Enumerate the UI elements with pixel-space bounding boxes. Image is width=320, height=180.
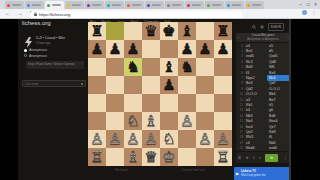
square-a2[interactable]: ♙ — [88, 130, 106, 148]
browser-tab[interactable] — [5, 1, 24, 9]
tab-title-placeholder — [72, 4, 81, 6]
white-color-icon — [24, 49, 27, 52]
browser-tab[interactable] — [145, 1, 164, 9]
white-knight-e2[interactable]: ♘ — [162, 132, 175, 147]
tab-favicon — [27, 4, 30, 7]
white-player-name[interactable]: Anonymous — [29, 48, 47, 52]
black-bishop-f8[interactable]: ♝ — [180, 24, 193, 39]
black-color-icon — [24, 54, 27, 57]
square-e4[interactable] — [160, 94, 178, 112]
square-b4[interactable] — [106, 94, 124, 112]
playback-button[interactable]: ⋮ — [283, 155, 288, 160]
square-c4[interactable] — [124, 94, 142, 112]
browser-tab[interactable] — [45, 1, 64, 9]
square-c7[interactable]: ♟ — [124, 40, 142, 58]
time-control-label: 5+3 • Casual • Blitz — [36, 36, 65, 40]
white-player-row[interactable]: Anonymous — [24, 48, 47, 52]
game-header-box: ‹ Casual Blitz game Anonymous vs Anonymo… — [236, 33, 290, 42]
chat-online-indicator — [81, 83, 83, 85]
tab-favicon — [207, 4, 210, 7]
toolbar-icons[interactable]: ⋮ — [302, 10, 317, 15]
square-h5[interactable] — [214, 76, 232, 94]
black-pawn-e5[interactable]: ♟ — [162, 78, 175, 93]
tab-title-placeholder — [92, 4, 101, 6]
square-b7[interactable]: ♟ — [106, 40, 124, 58]
black-rook-a8[interactable]: ♜ — [90, 24, 103, 39]
black-bishop-e6[interactable]: ♝ — [162, 60, 175, 75]
black-pawn-c7[interactable]: ♟ — [126, 42, 139, 57]
lichess-logo[interactable]: lichess.org — [22, 20, 51, 26]
profile-avatar[interactable] — [302, 10, 307, 15]
square-f5[interactable] — [178, 76, 196, 94]
white-pawn-f3[interactable]: ♙ — [180, 114, 193, 129]
square-a4[interactable] — [88, 94, 106, 112]
browser-tab[interactable] — [185, 1, 204, 9]
white-pawn-d2[interactable]: ♙ — [144, 132, 157, 147]
white-bishop-d3[interactable]: ♗ — [144, 114, 157, 129]
tab-title-placeholder — [112, 4, 121, 6]
window-controls[interactable]: –□× — [299, 0, 317, 9]
square-g1[interactable] — [196, 148, 214, 166]
play-icon: ▶ — [236, 171, 239, 176]
browser-menu-icon[interactable]: ⋮ — [312, 10, 317, 15]
move-20b[interactable]: exd4 — [267, 145, 290, 150]
black-knight-f6[interactable]: ♞ — [180, 60, 193, 75]
playback-controls: ≡«‹›»⋮ — [236, 152, 290, 163]
tab-favicon — [147, 4, 150, 7]
square-d6[interactable] — [142, 58, 160, 76]
browser-toolbar: ← → ↻ https://lichess.org ⋮ — [0, 9, 320, 19]
tab-title-placeholder — [132, 4, 141, 6]
browser-tab[interactable] — [65, 1, 84, 9]
square-e5[interactable]: ♟ — [160, 76, 178, 94]
black-pawn-f7[interactable]: ♟ — [180, 42, 193, 57]
tab-title-placeholder — [52, 4, 61, 6]
square-a5[interactable] — [88, 76, 106, 94]
square-c2[interactable]: ♙ — [124, 130, 142, 148]
tab-favicon — [167, 4, 170, 7]
square-h4[interactable] — [214, 94, 232, 112]
square-c6[interactable]: ♞ — [124, 58, 142, 76]
desktop-background: lichess.org PlayPuzzlesLearnWatchCommuni… — [0, 19, 320, 180]
white-bishop-c1[interactable]: ♗ — [126, 150, 139, 165]
square-f8[interactable]: ♝ — [178, 22, 196, 40]
tab-favicon — [127, 4, 130, 7]
white-pawn-h2[interactable]: ♙ — [216, 132, 229, 147]
square-h6[interactable] — [214, 58, 232, 76]
window-control-button[interactable]: × — [314, 2, 317, 7]
chess-board[interactable]: ♜♛♚♝♜♟♟♟♟♟♟♞♝♞♟♘♗♙♙♙♙♙♘♙♙♖♗♕♔♖ — [88, 22, 232, 166]
square-f1[interactable] — [178, 148, 196, 166]
tab-favicon — [7, 4, 10, 7]
tab-favicon — [67, 4, 70, 7]
square-f2[interactable] — [178, 130, 196, 148]
analysis-panel: ‹ Casual Blitz game Anonymous vs Anonymo… — [234, 19, 290, 180]
square-b3[interactable] — [106, 112, 124, 130]
square-g3[interactable] — [196, 112, 214, 130]
playback-button[interactable]: ≡ — [238, 155, 241, 160]
browser-tab[interactable] — [85, 1, 104, 9]
white-queen-d1[interactable]: ♕ — [144, 150, 157, 165]
square-h1[interactable]: ♖ — [214, 148, 232, 166]
square-b6[interactable] — [106, 58, 124, 76]
square-e7[interactable] — [160, 40, 178, 58]
square-e3[interactable] — [160, 112, 178, 130]
square-h7[interactable]: ♟ — [214, 40, 232, 58]
square-a1[interactable]: ♖ — [88, 148, 106, 166]
prev-game-arrow[interactable]: ‹ — [238, 35, 239, 40]
square-e8[interactable]: ♚ — [160, 22, 178, 40]
under-board-links: Flip boardContinue from here — [88, 168, 232, 172]
black-player-name[interactable]: Anonymous — [29, 54, 47, 58]
black-queen-d8[interactable]: ♛ — [144, 24, 157, 39]
square-a8[interactable]: ♜ — [88, 22, 106, 40]
browser-tab[interactable] — [245, 1, 264, 9]
browser-tabs[interactable] — [5, 1, 265, 9]
promo-subtitle: Watch top games live — [241, 174, 266, 177]
browser-tab[interactable] — [205, 1, 224, 9]
square-a7[interactable]: ♟ — [88, 40, 106, 58]
black-pawn-g7[interactable]: ♟ — [198, 42, 211, 57]
tab-title-placeholder — [172, 4, 181, 6]
game-header-line2: Anonymous vs Anonymous — [247, 38, 278, 41]
tab-favicon — [187, 4, 190, 7]
playback-button[interactable]: › — [259, 155, 261, 160]
browser-tab-strip: –□× — [0, 0, 320, 9]
window-control-button[interactable]: □ — [307, 2, 310, 7]
playback-button[interactable]: « — [246, 155, 249, 160]
tab-title-placeholder — [252, 4, 261, 6]
square-f3[interactable]: ♙ — [178, 112, 196, 130]
square-d4[interactable] — [142, 94, 160, 112]
black-pawn-h7[interactable]: ♟ — [216, 42, 229, 57]
black-pawn-a7[interactable]: ♟ — [90, 42, 103, 57]
playback-button[interactable]: ‹ — [253, 155, 255, 160]
white-pawn-c2[interactable]: ♙ — [126, 132, 139, 147]
browser-tab[interactable] — [25, 1, 44, 9]
black-player-row[interactable]: Anonymous — [24, 54, 47, 58]
tab-title-placeholder — [192, 4, 201, 6]
chat-room-label: Chat room — [25, 82, 38, 86]
chat-room-bar[interactable]: Chat room — [22, 80, 86, 87]
browser-tab[interactable] — [225, 1, 244, 9]
square-a3[interactable] — [88, 112, 106, 130]
square-e1[interactable]: ♔ — [160, 148, 178, 166]
browser-tab[interactable] — [125, 1, 144, 9]
square-g2[interactable]: ♙ — [196, 130, 214, 148]
opening-name-box: King's Pawn Game: Tortoise Opening — [26, 61, 84, 69]
square-g4[interactable] — [196, 94, 214, 112]
blitz-lightning-icon — [24, 37, 33, 48]
white-king-e1[interactable]: ♔ — [162, 150, 175, 165]
square-b1[interactable] — [106, 148, 124, 166]
square-g8[interactable] — [196, 22, 214, 40]
square-f6[interactable]: ♞ — [178, 58, 196, 76]
tab-title-placeholder — [232, 4, 241, 6]
page-scrollbar[interactable] — [289, 19, 291, 180]
url-text: https://lichess.org — [39, 12, 70, 17]
square-f4[interactable] — [178, 94, 196, 112]
square-c5[interactable] — [124, 76, 142, 94]
square-d5[interactable] — [142, 76, 160, 94]
move-number: 20 — [236, 145, 244, 150]
square-f7[interactable]: ♟ — [178, 40, 196, 58]
square-c8[interactable] — [124, 22, 142, 40]
window-control-button[interactable]: – — [299, 2, 302, 7]
white-pawn-a2[interactable]: ♙ — [90, 132, 103, 147]
square-c3[interactable]: ♘ — [124, 112, 142, 130]
move-20w[interactable]: Nxd4 — [244, 145, 267, 150]
tab-title-placeholder — [152, 4, 161, 6]
tab-title-placeholder — [212, 4, 221, 6]
square-g5[interactable] — [196, 76, 214, 94]
square-d7[interactable] — [142, 40, 160, 58]
tab-title-placeholder — [32, 4, 41, 6]
square-c1[interactable]: ♗ — [124, 148, 142, 166]
tab-favicon — [87, 4, 90, 7]
browser-tab[interactable] — [165, 1, 184, 9]
move-list[interactable]: 1e4e52Be2d53exd5Qxd54Nc3Qd85Bd3Nf66f3Be6… — [236, 43, 290, 151]
white-pawn-b2[interactable]: ♙ — [108, 132, 121, 147]
black-rook-h8[interactable]: ♜ — [216, 24, 229, 39]
screen: –□× ← → ↻ https://lichess.org ⋮ lichess.… — [0, 0, 320, 180]
square-d2[interactable]: ♙ — [142, 130, 160, 148]
square-e6[interactable]: ♝ — [160, 58, 178, 76]
square-b8[interactable] — [106, 22, 124, 40]
tab-favicon — [107, 4, 110, 7]
tab-favicon — [227, 4, 230, 7]
black-knight-c6[interactable]: ♞ — [126, 60, 139, 75]
tab-favicon — [247, 4, 250, 7]
game-started-label: 1 hour ago — [36, 41, 50, 45]
square-d3[interactable]: ♗ — [142, 112, 160, 130]
white-rook-a1[interactable]: ♖ — [90, 150, 103, 165]
under-board-link[interactable]: Flip board — [115, 168, 127, 172]
square-d1[interactable]: ♕ — [142, 148, 160, 166]
square-d8[interactable]: ♛ — [142, 22, 160, 40]
square-g7[interactable]: ♟ — [196, 40, 214, 58]
tab-favicon — [47, 4, 50, 7]
square-h8[interactable]: ♜ — [214, 22, 232, 40]
black-king-e8[interactable]: ♚ — [162, 24, 175, 39]
lichess-page: lichess.org PlayPuzzlesLearnWatchCommuni… — [18, 19, 290, 180]
square-e2[interactable]: ♘ — [160, 130, 178, 148]
promo-banner[interactable]: ▶ Lichess TV Watch top games live — [234, 167, 290, 180]
square-a6[interactable] — [88, 58, 106, 76]
white-knight-c3[interactable]: ♘ — [126, 114, 139, 129]
tab-title-placeholder — [12, 4, 21, 6]
square-h2[interactable]: ♙ — [214, 130, 232, 148]
square-b5[interactable] — [106, 76, 124, 94]
lock-icon — [34, 12, 37, 16]
white-rook-h1[interactable]: ♖ — [216, 150, 229, 165]
white-pawn-g2[interactable]: ♙ — [198, 132, 211, 147]
go-forward-primary-button[interactable]: » — [265, 154, 278, 162]
square-h3[interactable] — [214, 112, 232, 130]
address-bar[interactable]: https://lichess.org — [30, 11, 242, 18]
black-pawn-b7[interactable]: ♟ — [108, 42, 121, 57]
under-board-link[interactable]: Continue from here — [181, 168, 205, 172]
browser-tab[interactable] — [105, 1, 124, 9]
square-b2[interactable]: ♙ — [106, 130, 124, 148]
square-g6[interactable] — [196, 58, 214, 76]
